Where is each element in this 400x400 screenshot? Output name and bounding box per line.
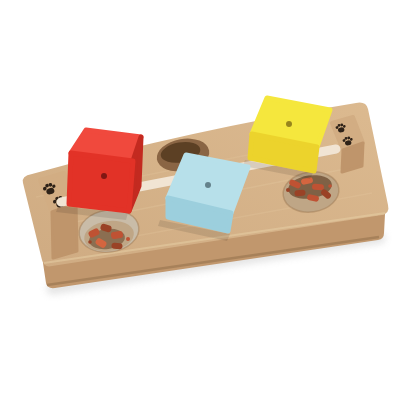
blue-block-finger-hole — [205, 182, 211, 188]
puzzle-toy-scene — [0, 0, 400, 400]
yellow-block-finger-hole — [286, 121, 292, 127]
red-block[interactable] — [69, 130, 141, 211]
treat-crumb — [328, 184, 332, 188]
treat-crumb — [126, 237, 130, 241]
red-block-finger-hole — [101, 173, 107, 179]
product-photo — [0, 0, 400, 400]
treat-crumb — [88, 240, 92, 244]
red-block-front-face[interactable] — [69, 153, 133, 211]
treat-crumb — [286, 188, 290, 192]
